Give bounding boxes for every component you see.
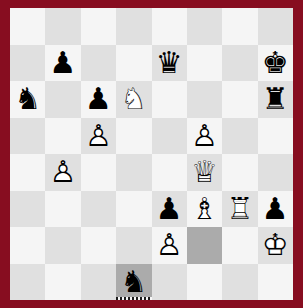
square-b6[interactable] [45, 81, 80, 118]
square-e7[interactable]: ♛ [152, 45, 187, 82]
square-b4[interactable]: ♟♙ [45, 154, 80, 191]
square-g2[interactable] [222, 227, 257, 264]
square-h5[interactable] [258, 118, 293, 155]
piece-glyph: ♜ [262, 81, 289, 116]
square-e8[interactable] [152, 8, 187, 45]
square-c7[interactable] [81, 45, 116, 82]
square-h2[interactable]: ♚♔ [258, 227, 293, 264]
square-h6[interactable]: ♜ [258, 81, 293, 118]
square-b3[interactable] [45, 191, 80, 228]
square-b8[interactable] [45, 8, 80, 45]
piece-white-pawn[interactable]: ♟♙ [85, 121, 112, 151]
piece-glyph: ♟ [50, 45, 77, 80]
piece-glyph: ♟ [85, 81, 112, 116]
piece-black-pawn[interactable]: ♟ [262, 194, 289, 224]
piece-outline-layer: ♙ [50, 154, 77, 189]
square-a3[interactable] [10, 191, 45, 228]
square-h4[interactable] [258, 154, 293, 191]
piece-outline-layer: ♕ [191, 154, 218, 189]
square-f4[interactable]: ♛♕ [187, 154, 222, 191]
square-d5[interactable] [116, 118, 151, 155]
square-g7[interactable] [222, 45, 257, 82]
piece-black-pawn[interactable]: ♟ [85, 84, 112, 114]
piece-glyph: ♞ [120, 264, 147, 299]
piece-black-knight[interactable]: ♞ [14, 84, 41, 114]
piece-outline-layer: ♙ [85, 118, 112, 153]
square-h8[interactable] [258, 8, 293, 45]
piece-outline-layer: ♘ [120, 81, 147, 116]
square-e6[interactable] [152, 81, 187, 118]
piece-black-knight[interactable]: ♞ [120, 267, 147, 297]
square-f6[interactable] [187, 81, 222, 118]
square-a5[interactable] [10, 118, 45, 155]
piece-black-queen[interactable]: ♛ [156, 48, 183, 78]
piece-outline-layer: ♙ [191, 118, 218, 153]
square-a8[interactable] [10, 8, 45, 45]
piece-outline-layer: ♖ [226, 191, 253, 226]
square-g8[interactable] [222, 8, 257, 45]
square-g4[interactable] [222, 154, 257, 191]
piece-outline-layer: ♙ [156, 227, 183, 262]
square-g1[interactable] [222, 264, 257, 301]
piece-glyph: ♟ [156, 191, 183, 226]
square-d6[interactable]: ♞♘ [116, 81, 151, 118]
square-b7[interactable]: ♟ [45, 45, 80, 82]
piece-white-pawn[interactable]: ♟♙ [191, 121, 218, 151]
piece-white-pawn[interactable]: ♟♙ [156, 230, 183, 260]
square-g3[interactable]: ♜♖ [222, 191, 257, 228]
square-a4[interactable] [10, 154, 45, 191]
piece-glyph: ♞ [14, 81, 41, 116]
square-e3[interactable]: ♟ [152, 191, 187, 228]
square-e5[interactable] [152, 118, 187, 155]
square-b2[interactable] [45, 227, 80, 264]
square-d8[interactable] [116, 8, 151, 45]
square-c8[interactable] [81, 8, 116, 45]
piece-white-pawn[interactable]: ♟♙ [50, 157, 77, 187]
piece-glyph: ♛ [156, 45, 183, 80]
square-g5[interactable] [222, 118, 257, 155]
piece-white-bishop[interactable]: ♝♗ [191, 194, 218, 224]
board-frame: ♟♛♚♞♟♞♘♜♟♙♟♙♟♙♛♕♟♝♗♜♖♟♟♙♚♔♞ [0, 0, 303, 308]
piece-black-pawn[interactable]: ♟ [50, 48, 77, 78]
square-f2[interactable] [187, 227, 222, 264]
square-f7[interactable] [187, 45, 222, 82]
square-g6[interactable] [222, 81, 257, 118]
piece-black-king[interactable]: ♚ [262, 48, 289, 78]
piece-white-king[interactable]: ♚♔ [262, 230, 289, 260]
square-d1[interactable]: ♞ [116, 264, 151, 301]
square-c6[interactable]: ♟ [81, 81, 116, 118]
square-h7[interactable]: ♚ [258, 45, 293, 82]
square-e1[interactable] [152, 264, 187, 301]
square-a1[interactable] [10, 264, 45, 301]
square-f8[interactable] [187, 8, 222, 45]
piece-white-knight[interactable]: ♞♘ [120, 84, 147, 114]
square-c5[interactable]: ♟♙ [81, 118, 116, 155]
piece-outline-layer: ♗ [191, 191, 218, 226]
square-c3[interactable] [81, 191, 116, 228]
square-b5[interactable] [45, 118, 80, 155]
square-c4[interactable] [81, 154, 116, 191]
piece-glyph: ♚ [262, 45, 289, 80]
piece-white-rook[interactable]: ♜♖ [226, 194, 253, 224]
square-a2[interactable] [10, 227, 45, 264]
square-a6[interactable]: ♞ [10, 81, 45, 118]
square-c1[interactable] [81, 264, 116, 301]
square-d7[interactable] [116, 45, 151, 82]
piece-outline-layer: ♔ [262, 227, 289, 262]
piece-black-rook[interactable]: ♜ [262, 84, 289, 114]
square-b1[interactable] [45, 264, 80, 301]
square-f1[interactable] [187, 264, 222, 301]
square-d2[interactable] [116, 227, 151, 264]
square-c2[interactable] [81, 227, 116, 264]
square-e2[interactable]: ♟♙ [152, 227, 187, 264]
square-d4[interactable] [116, 154, 151, 191]
square-a7[interactable] [10, 45, 45, 82]
square-e4[interactable] [152, 154, 187, 191]
chess-board: ♟♛♚♞♟♞♘♜♟♙♟♙♟♙♛♕♟♝♗♜♖♟♟♙♚♔♞ [10, 8, 293, 300]
piece-white-queen[interactable]: ♛♕ [191, 157, 218, 187]
piece-black-pawn[interactable]: ♟ [156, 194, 183, 224]
piece-glyph: ♟ [262, 191, 289, 226]
square-d3[interactable] [116, 191, 151, 228]
square-f5[interactable]: ♟♙ [187, 118, 222, 155]
square-f3[interactable]: ♝♗ [187, 191, 222, 228]
square-h1[interactable] [258, 264, 293, 301]
square-h3[interactable]: ♟ [258, 191, 293, 228]
